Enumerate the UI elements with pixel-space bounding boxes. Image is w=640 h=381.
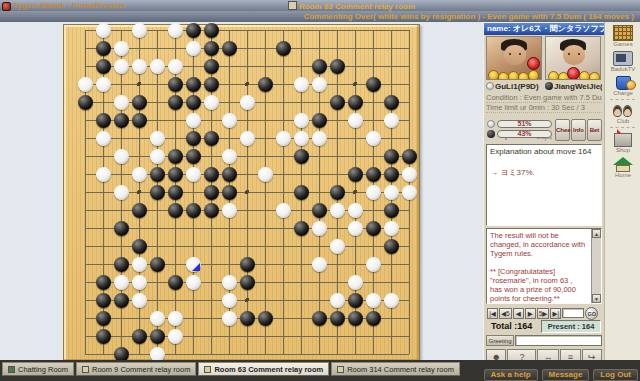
black-stone: [114, 293, 129, 308]
black-stone: [330, 95, 345, 110]
action-button-label: Bet: [588, 126, 601, 134]
white-stone: [132, 59, 147, 74]
white-stone: [366, 131, 381, 146]
black-stone: [204, 23, 219, 38]
white-stone: [114, 275, 129, 290]
black-stone: [240, 257, 255, 272]
action-buttons: CheerInfoBet: [555, 119, 603, 141]
black-stone: [330, 59, 345, 74]
black-stone: [240, 311, 255, 326]
result-message-box[interactable]: The result will not bechanged, in accord…: [486, 228, 602, 304]
room-icon: [204, 366, 211, 373]
white-stone: [132, 23, 147, 38]
tab-label: Room 9 Comment relay room: [92, 365, 190, 374]
white-stone: [330, 203, 345, 218]
black-stone: [204, 185, 219, 200]
yellow-rose-icon: [528, 70, 539, 80]
white-stone: [240, 95, 255, 110]
black-stone: [132, 329, 147, 344]
bet-button[interactable]: Bet: [587, 119, 602, 141]
white-stone: [402, 167, 417, 182]
white-stone: [132, 257, 147, 272]
toolbar-item-label: Home: [605, 172, 640, 179]
white-stone: [348, 275, 363, 290]
toolbar-item-charge[interactable]: Charge: [605, 73, 640, 97]
black-player-name: JiangWeiJie(P: [545, 82, 602, 93]
room-icon: [288, 1, 297, 10]
black-stone: [222, 185, 237, 200]
scrollbar[interactable]: ▲ ▼: [591, 229, 601, 303]
window-title: Tygem Baduk - KoreaPreview: [13, 1, 125, 10]
black-stone: [132, 95, 147, 110]
last-move-button[interactable]: ▶|: [550, 308, 561, 319]
black-stone: [204, 131, 219, 146]
black-stone: [186, 23, 201, 38]
white-stone: [366, 185, 381, 200]
white-stone: [258, 167, 273, 182]
white-stone: [150, 311, 165, 326]
black-stone: [348, 167, 363, 182]
black-stone: [114, 113, 129, 128]
scroll-down-icon[interactable]: ▼: [592, 294, 601, 303]
black-stone: [222, 41, 237, 56]
black-stone-icon: [487, 130, 495, 138]
greeting-input[interactable]: [515, 335, 602, 346]
explanation-box[interactable]: Explanation about move 164 → ヨミ37%.: [486, 144, 602, 226]
black-stone: [294, 221, 309, 236]
explanation-title: Explanation about move 164: [490, 147, 598, 156]
black-stone: [204, 77, 219, 92]
white-stone: [168, 329, 183, 344]
white-stone: [294, 77, 309, 92]
black-stone: [150, 167, 165, 182]
bucket-icon: [616, 76, 631, 90]
black-stone: [240, 275, 255, 290]
white-stone: [366, 257, 381, 272]
toolbar-item-label: Charge: [605, 90, 640, 97]
white-stone-icon: [487, 120, 495, 128]
black-stone: [348, 95, 363, 110]
black-stone: [186, 149, 201, 164]
forward-5-button[interactable]: 5▶: [537, 308, 550, 319]
white-stone: [150, 59, 165, 74]
tv-icon: [613, 51, 633, 66]
white-stone: [186, 41, 201, 56]
first-move-button[interactable]: |◀: [487, 308, 498, 319]
tab-room-9-comment-relay-room[interactable]: Room 9 Comment relay room: [76, 362, 196, 376]
white-stone: [384, 293, 399, 308]
white-stone: [114, 41, 129, 56]
white-stone: [222, 113, 237, 128]
white-stone: [276, 131, 291, 146]
black-stone: [366, 221, 381, 236]
go-board[interactable]: [63, 24, 420, 362]
photo-face: [504, 45, 526, 65]
white-stone: [384, 113, 399, 128]
room-icon: [82, 366, 89, 373]
black-stone: [276, 41, 291, 56]
black-stone: [186, 131, 201, 146]
white-stone: [348, 113, 363, 128]
room-caption: Room 63 Comment relay room: [288, 1, 415, 11]
game-sidebar: name: オレ6ス・間ンタラソフフォ - c GuLi1(P9D) Jiang…: [483, 22, 605, 374]
people-icon: [613, 105, 633, 118]
white-stone: [222, 293, 237, 308]
white-player-photo: [486, 36, 542, 80]
black-stone: [96, 41, 111, 56]
black-stone: [96, 59, 111, 74]
black-stone: [312, 203, 327, 218]
room-icon: [337, 366, 344, 373]
white-stone: [294, 131, 309, 146]
white-stone: [96, 167, 111, 182]
greeting-label: Greeting: [486, 335, 514, 346]
bottom-bar: Chatting RoomRoom 9 Comment relay roomRo…: [0, 360, 640, 381]
white-stone: [222, 149, 237, 164]
black-stone: [330, 311, 345, 326]
black-stone: [258, 77, 273, 92]
white-stone-icon: [486, 82, 494, 90]
bar-percent-label: 51%: [497, 120, 552, 128]
present-move-box: Present : 164: [541, 320, 601, 333]
cheer-name-banner: name: オレ6ス・間ンタラソフフォ - c: [484, 23, 604, 35]
white-stone: [186, 275, 201, 290]
result-text-line: has won a prize of 90,000: [490, 285, 590, 294]
black-stone: [384, 95, 399, 110]
black-stone: [312, 311, 327, 326]
black-stone: [348, 311, 363, 326]
black-stone: [168, 203, 183, 218]
white-stone: [330, 293, 345, 308]
black-stone: [132, 113, 147, 128]
toolbar-item-games[interactable]: Games: [605, 22, 640, 48]
black-stone: [132, 239, 147, 254]
black-stone: [330, 185, 345, 200]
scroll-up-icon[interactable]: ▲: [592, 229, 601, 238]
tab-room-314-comment-relay-room[interactable]: Room 314 Comment relay room: [331, 362, 460, 376]
black-stone: [96, 311, 111, 326]
white-stone: [222, 275, 237, 290]
goban-icon: [613, 25, 633, 41]
message-button[interactable]: Message: [542, 369, 590, 381]
app-icon: [2, 2, 11, 11]
tab-label: Room 63 Comment relay room: [214, 365, 323, 374]
app-window: Tygem Baduk - KoreaPreview Room 63 Comme…: [0, 0, 640, 381]
black-stone: [204, 41, 219, 56]
back-5-button[interactable]: ◀5: [499, 308, 512, 319]
toolbar-item-shop[interactable]: Shop: [605, 130, 640, 154]
white-stone: [150, 149, 165, 164]
black-stone: [186, 95, 201, 110]
condition-row: Condition : Even game with 7.5 Dum: [486, 93, 602, 103]
white-stone: [402, 185, 417, 200]
white-stone: [132, 275, 147, 290]
result-text-line: changed, in accordance with: [490, 240, 590, 249]
white-stone: [384, 221, 399, 236]
black-stone: [168, 77, 183, 92]
white-stone: [294, 113, 309, 128]
white-stone: [96, 131, 111, 146]
cheer-button[interactable]: Cheer: [555, 119, 570, 141]
black-stone: [186, 77, 201, 92]
black-stone: [258, 311, 273, 326]
white-stone: [348, 203, 363, 218]
black-stone: [114, 221, 129, 236]
black-stone: [402, 149, 417, 164]
white-stone: [204, 95, 219, 110]
black-stone: [204, 203, 219, 218]
white-stone: [186, 113, 201, 128]
black-stone: [168, 95, 183, 110]
white-stone: [240, 131, 255, 146]
black-stone: [96, 275, 111, 290]
toolbar-item-home[interactable]: Home: [605, 154, 640, 179]
result-text-line: ** [Congratulatates]: [490, 267, 590, 276]
white-stone: [78, 77, 93, 92]
black-stone: [150, 257, 165, 272]
black-stone: [186, 203, 201, 218]
home-icon: [8, 366, 15, 373]
move-number-input[interactable]: [562, 308, 584, 318]
explanation-note: → ヨミ37%.: [490, 167, 598, 178]
white-stone: [168, 59, 183, 74]
black-stone: [96, 293, 111, 308]
white-stone: [222, 311, 237, 326]
white-stone: [168, 23, 183, 38]
black-stone: [132, 203, 147, 218]
black-stone: [384, 149, 399, 164]
result-text: The result will not bechanged, in accord…: [490, 231, 590, 303]
home-icon: [613, 157, 633, 172]
black-stone: [348, 293, 363, 308]
game-status-text: Commenting Over( white wins by resignati…: [304, 12, 634, 21]
toolbar-item-baduktv[interactable]: BadukTV: [605, 48, 640, 73]
tab-chatting-room[interactable]: Chatting Room: [2, 362, 74, 376]
toolbar-item-label: Club: [605, 118, 640, 125]
black-stone: [96, 329, 111, 344]
move-navigation: |◀◀5◀▶5▶▶|GO: [487, 307, 601, 319]
black-stone: [294, 185, 309, 200]
black-stone: [384, 167, 399, 182]
bar-percent-label: 43%: [497, 130, 552, 138]
black-stone: [312, 113, 327, 128]
white-stone: [366, 293, 381, 308]
black-stone: [294, 149, 309, 164]
white-stone: [150, 131, 165, 146]
white-stone: [222, 203, 237, 218]
toolbar-item-label: Games: [605, 41, 640, 48]
white-stone: [96, 77, 111, 92]
toolbar-item-club[interactable]: Club: [605, 102, 640, 125]
result-text-line: "rosemarie", in room 63 ,: [490, 276, 590, 285]
white-stone: [132, 167, 147, 182]
black-stone: [312, 59, 327, 74]
black-stone: [366, 77, 381, 92]
tab-room-63-comment-relay-room[interactable]: Room 63 Comment relay room: [198, 362, 329, 376]
last-move-marker-icon: [192, 263, 200, 271]
result-text-line: [490, 258, 590, 267]
yellow-rose-icon: [589, 72, 600, 80]
result-text-line: Tygem rules.: [490, 249, 590, 258]
black-player-photo: [545, 36, 601, 80]
ask-a-help-button[interactable]: Ask a help: [484, 369, 538, 381]
session-buttons: Ask a helpMessageLog Out: [484, 369, 638, 381]
black-stone: [150, 329, 165, 344]
room-tabs: Chatting RoomRoom 9 Comment relay roomRo…: [2, 362, 460, 376]
black-stone-icon: [545, 82, 553, 90]
black-stone: [366, 167, 381, 182]
right-toolbar: GamesBadukTVChargeClubShopHome: [604, 22, 640, 381]
black-stone: [168, 149, 183, 164]
white-stone: [312, 131, 327, 146]
black-stone: [114, 257, 129, 272]
white-stone: [114, 95, 129, 110]
black-stone: [384, 203, 399, 218]
white-stone: [330, 239, 345, 254]
status-bar: Commenting Over( white wins by resignati…: [0, 11, 640, 22]
white-player-name: GuLi1(P9D): [486, 82, 543, 93]
action-button-label: Info: [572, 126, 585, 134]
white-stone: [312, 257, 327, 272]
black-stone: [204, 167, 219, 182]
greeting-row: Greeting: [486, 335, 602, 347]
white-stone: [114, 149, 129, 164]
move-counter-row: Total :164 Present : 164: [484, 320, 604, 334]
toolbar-item-label: BadukTV: [605, 66, 640, 73]
result-text-line: The result will not be: [490, 231, 590, 240]
white-support-bar: 51%: [487, 120, 555, 129]
white-stone: [312, 221, 327, 236]
black-stone: [150, 185, 165, 200]
log-out-button[interactable]: Log Out: [593, 369, 638, 381]
total-moves-label: Total :164: [491, 321, 532, 331]
black-stone: [78, 95, 93, 110]
forward-button[interactable]: ▶: [525, 308, 536, 319]
back-button[interactable]: ◀: [513, 308, 524, 319]
toolbar-item-label: Shop: [605, 147, 640, 154]
result-text-line: points for cheering.**: [490, 294, 590, 303]
white-stone: [276, 203, 291, 218]
black-support-bar: 43%: [487, 130, 555, 139]
red-rose-icon: [567, 67, 580, 80]
white-stone: [96, 23, 111, 38]
black-stone: [204, 59, 219, 74]
player-name-text: JiangWeiJie(P: [554, 82, 602, 91]
white-stone: [312, 77, 327, 92]
tab-label: Chatting Room: [18, 365, 68, 374]
photo-face: [563, 45, 585, 65]
tab-label: Room 314 Comment relay room: [347, 365, 454, 374]
machine-icon: [614, 133, 632, 147]
black-stone: [222, 167, 237, 182]
white-stone: [114, 59, 129, 74]
black-stone: [96, 113, 111, 128]
white-stone: [114, 185, 129, 200]
info-button[interactable]: Info: [571, 119, 586, 141]
white-stone: [132, 293, 147, 308]
white-stone: [186, 167, 201, 182]
separator: [610, 99, 635, 100]
black-stone: [168, 167, 183, 182]
white-stone: [348, 221, 363, 236]
white-stone: [168, 311, 183, 326]
black-stone: [384, 239, 399, 254]
separator: [610, 127, 635, 128]
time-limit-row: Time limit ur 0min : 30 Sec / 3: [486, 103, 602, 113]
black-stone: [168, 275, 183, 290]
red-rose-icon: [527, 57, 540, 70]
black-stone: [168, 185, 183, 200]
black-stone: [366, 311, 381, 326]
action-button-label: Cheer: [556, 126, 569, 134]
player-name-text: GuLi1(P9D): [495, 82, 539, 91]
white-stone: [384, 185, 399, 200]
go-button[interactable]: GO: [585, 307, 598, 320]
white-stone: [186, 257, 201, 272]
